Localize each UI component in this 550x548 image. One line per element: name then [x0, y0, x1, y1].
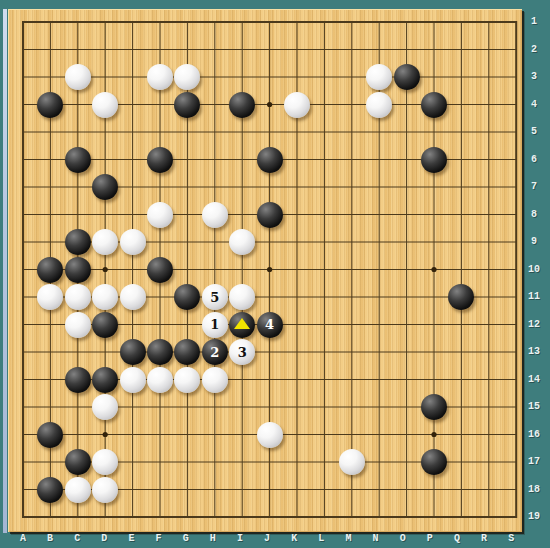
row-label-1: 1 — [522, 15, 546, 29]
stone-black-I4[interactable] — [229, 92, 255, 118]
go-board-window: 51423 ABCDEFGHIJKLMNOPQRS123456789101112… — [0, 0, 550, 548]
column-label-B: B — [42, 532, 58, 546]
stone-black-I12[interactable] — [229, 312, 255, 338]
move-number-label: 3 — [238, 346, 247, 359]
row-label-15: 15 — [522, 400, 546, 414]
row-label-17: 17 — [522, 455, 546, 469]
column-label-C: C — [69, 532, 85, 546]
column-label-A: A — [15, 532, 31, 546]
column-label-H: H — [205, 532, 221, 546]
stone-black-J8[interactable] — [257, 202, 283, 228]
column-label-L: L — [313, 532, 329, 546]
row-label-18: 18 — [522, 483, 546, 497]
row-label-8: 8 — [522, 208, 546, 222]
row-label-7: 7 — [522, 180, 546, 194]
stone-black-D14[interactable] — [92, 367, 118, 393]
row-label-2: 2 — [522, 43, 546, 57]
stone-black-C6[interactable] — [65, 147, 91, 173]
column-label-N: N — [368, 532, 384, 546]
stone-white-G14[interactable] — [174, 367, 200, 393]
stone-white-H14[interactable] — [202, 367, 228, 393]
row-label-14: 14 — [522, 373, 546, 387]
stone-black-F10[interactable] — [147, 257, 173, 283]
stone-white-D4[interactable] — [92, 92, 118, 118]
move-number-label: 5 — [210, 291, 219, 304]
column-label-K: K — [286, 532, 302, 546]
stone-white-I13[interactable]: 3 — [229, 339, 255, 365]
stone-black-C10[interactable] — [65, 257, 91, 283]
stone-black-B16[interactable] — [37, 422, 63, 448]
row-label-12: 12 — [522, 318, 546, 332]
stone-white-F3[interactable] — [147, 64, 173, 90]
row-label-13: 13 — [522, 345, 546, 359]
triangle-mark-icon — [234, 318, 250, 329]
stone-white-N3[interactable] — [366, 64, 392, 90]
stone-black-J12[interactable]: 4 — [257, 312, 283, 338]
stone-white-I9[interactable] — [229, 229, 255, 255]
row-label-9: 9 — [522, 235, 546, 249]
stone-black-F6[interactable] — [147, 147, 173, 173]
stone-black-H13[interactable]: 2 — [202, 339, 228, 365]
stone-white-E14[interactable] — [120, 367, 146, 393]
stone-black-B18[interactable] — [37, 477, 63, 503]
stone-white-F8[interactable] — [147, 202, 173, 228]
stone-white-C11[interactable] — [65, 284, 91, 310]
row-label-16: 16 — [522, 428, 546, 442]
stone-black-B10[interactable] — [37, 257, 63, 283]
stone-white-D15[interactable] — [92, 394, 118, 420]
stone-black-P4[interactable] — [421, 92, 447, 118]
row-label-19: 19 — [522, 510, 546, 524]
stone-white-H8[interactable] — [202, 202, 228, 228]
stone-white-C18[interactable] — [65, 477, 91, 503]
stone-black-E13[interactable] — [120, 339, 146, 365]
row-label-5: 5 — [522, 125, 546, 139]
stone-black-P15[interactable] — [421, 394, 447, 420]
move-number-label: 2 — [210, 346, 219, 359]
stone-black-C9[interactable] — [65, 229, 91, 255]
column-label-G: G — [178, 532, 194, 546]
stone-white-D11[interactable] — [92, 284, 118, 310]
stone-black-P6[interactable] — [421, 147, 447, 173]
stone-white-C12[interactable] — [65, 312, 91, 338]
stone-black-C17[interactable] — [65, 449, 91, 475]
row-label-11: 11 — [522, 290, 546, 304]
column-label-J: J — [259, 532, 275, 546]
column-label-M: M — [340, 532, 356, 546]
row-label-4: 4 — [522, 98, 546, 112]
stone-white-K4[interactable] — [284, 92, 310, 118]
stone-black-P17[interactable] — [421, 449, 447, 475]
stone-black-D7[interactable] — [92, 174, 118, 200]
stone-black-D12[interactable] — [92, 312, 118, 338]
stone-white-D9[interactable] — [92, 229, 118, 255]
stone-white-C3[interactable] — [65, 64, 91, 90]
column-label-D: D — [96, 532, 112, 546]
stone-black-J6[interactable] — [257, 147, 283, 173]
column-label-I: I — [232, 532, 248, 546]
column-label-Q: Q — [449, 532, 465, 546]
stone-black-O3[interactable] — [394, 64, 420, 90]
stone-white-E11[interactable] — [120, 284, 146, 310]
stone-white-J16[interactable] — [257, 422, 283, 448]
stone-black-G4[interactable] — [174, 92, 200, 118]
column-label-S: S — [503, 532, 519, 546]
row-label-6: 6 — [522, 153, 546, 167]
board-left-highlight — [3, 9, 7, 533]
stone-black-C14[interactable] — [65, 367, 91, 393]
row-label-3: 3 — [522, 70, 546, 84]
stone-white-N4[interactable] — [366, 92, 392, 118]
column-label-O: O — [395, 532, 411, 546]
column-label-P: P — [422, 532, 438, 546]
stone-white-F14[interactable] — [147, 367, 173, 393]
stone-white-I11[interactable] — [229, 284, 255, 310]
column-label-E: E — [123, 532, 139, 546]
stone-black-F13[interactable] — [147, 339, 173, 365]
stone-white-D18[interactable] — [92, 477, 118, 503]
stone-white-E9[interactable] — [120, 229, 146, 255]
stone-white-H12[interactable]: 1 — [202, 312, 228, 338]
column-label-R: R — [476, 532, 492, 546]
stone-white-H11[interactable]: 5 — [202, 284, 228, 310]
stone-white-M17[interactable] — [339, 449, 365, 475]
column-label-F: F — [151, 532, 167, 546]
stone-black-B4[interactable] — [37, 92, 63, 118]
move-number-label: 1 — [210, 318, 219, 331]
move-number-label: 4 — [265, 318, 274, 331]
stone-white-D17[interactable] — [92, 449, 118, 475]
row-label-10: 10 — [522, 263, 546, 277]
